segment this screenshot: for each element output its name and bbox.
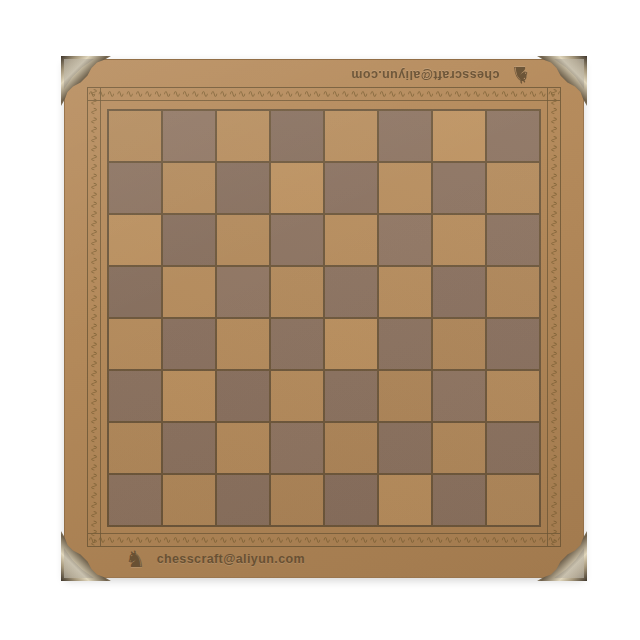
square-b3[interactable] (163, 371, 215, 421)
square-a2[interactable] (109, 423, 161, 473)
square-a1[interactable] (109, 475, 161, 525)
square-f7[interactable] (379, 163, 431, 213)
chess-mat: ♞ chesscraft@aliyun.com ∿∿∿∿∿∿∿∿∿∿∿∿∿∿∿∿… (64, 59, 584, 578)
frame-pattern-top: ∿∿∿∿∿∿∿∿∿∿∿∿∿∿∿∿∿∿∿∿∿∿∿∿∿∿∿∿∿∿∿∿∿∿∿∿∿∿∿∿… (88, 88, 560, 101)
metal-corner-protector-bottom-right-icon (537, 531, 587, 581)
square-a6[interactable] (109, 215, 161, 265)
square-g7[interactable] (433, 163, 485, 213)
square-e7[interactable] (325, 163, 377, 213)
square-b5[interactable] (163, 267, 215, 317)
square-b6[interactable] (163, 215, 215, 265)
square-g2[interactable] (433, 423, 485, 473)
square-f5[interactable] (379, 267, 431, 317)
square-h5[interactable] (487, 267, 539, 317)
square-c8[interactable] (217, 111, 269, 161)
square-g6[interactable] (433, 215, 485, 265)
square-c3[interactable] (217, 371, 269, 421)
square-d7[interactable] (271, 163, 323, 213)
square-h8[interactable] (487, 111, 539, 161)
square-d5[interactable] (271, 267, 323, 317)
frame-pattern-right: ∿∿∿∿∿∿∿∿∿∿∿∿∿∿∿∿∿∿∿∿∿∿∿∿∿∿∿∿∿∿∿∿∿∿∿∿∿∿∿∿… (547, 88, 560, 546)
square-c6[interactable] (217, 215, 269, 265)
square-e3[interactable] (325, 371, 377, 421)
knight-logo-icon: ♞ (125, 548, 146, 570)
square-d2[interactable] (271, 423, 323, 473)
square-h2[interactable] (487, 423, 539, 473)
square-f6[interactable] (379, 215, 431, 265)
square-d4[interactable] (271, 319, 323, 369)
square-h7[interactable] (487, 163, 539, 213)
square-c2[interactable] (217, 423, 269, 473)
square-h6[interactable] (487, 215, 539, 265)
metal-corner-protector-top-left-icon (61, 56, 111, 106)
square-b4[interactable] (163, 319, 215, 369)
square-g8[interactable] (433, 111, 485, 161)
square-f8[interactable] (379, 111, 431, 161)
square-b7[interactable] (163, 163, 215, 213)
square-f1[interactable] (379, 475, 431, 525)
frame-pattern-left: ∿∿∿∿∿∿∿∿∿∿∿∿∿∿∿∿∿∿∿∿∿∿∿∿∿∿∿∿∿∿∿∿∿∿∿∿∿∿∿∿… (88, 88, 101, 546)
metal-corner-protector-bottom-left-icon (61, 531, 111, 581)
frame-pattern-bottom: ∿∿∿∿∿∿∿∿∿∿∿∿∿∿∿∿∿∿∿∿∿∿∿∿∿∿∿∿∿∿∿∿∿∿∿∿∿∿∿∿… (88, 533, 560, 546)
branding-top: ♞ chesscraft@aliyun.com (351, 64, 531, 86)
square-f2[interactable] (379, 423, 431, 473)
square-b1[interactable] (163, 475, 215, 525)
square-b8[interactable] (163, 111, 215, 161)
square-b2[interactable] (163, 423, 215, 473)
square-e8[interactable] (325, 111, 377, 161)
knight-logo-icon: ♞ (510, 64, 531, 86)
square-e5[interactable] (325, 267, 377, 317)
square-g5[interactable] (433, 267, 485, 317)
branding-bottom: ♞ chesscraft@aliyun.com (125, 548, 305, 570)
square-d8[interactable] (271, 111, 323, 161)
square-c1[interactable] (217, 475, 269, 525)
square-h1[interactable] (487, 475, 539, 525)
square-e4[interactable] (325, 319, 377, 369)
chess-board (107, 109, 541, 527)
square-c4[interactable] (217, 319, 269, 369)
square-d6[interactable] (271, 215, 323, 265)
product-photo-background: ♞ chesscraft@aliyun.com ∿∿∿∿∿∿∿∿∿∿∿∿∿∿∿∿… (0, 0, 640, 640)
square-f4[interactable] (379, 319, 431, 369)
square-a5[interactable] (109, 267, 161, 317)
square-e2[interactable] (325, 423, 377, 473)
square-c5[interactable] (217, 267, 269, 317)
square-g3[interactable] (433, 371, 485, 421)
metal-corner-protector-top-right-icon (537, 56, 587, 106)
branding-email-text-top: chesscraft@aliyun.com (351, 68, 499, 82)
square-c7[interactable] (217, 163, 269, 213)
square-d1[interactable] (271, 475, 323, 525)
square-e1[interactable] (325, 475, 377, 525)
square-d3[interactable] (271, 371, 323, 421)
square-h3[interactable] (487, 371, 539, 421)
square-e6[interactable] (325, 215, 377, 265)
square-g4[interactable] (433, 319, 485, 369)
square-a4[interactable] (109, 319, 161, 369)
square-a8[interactable] (109, 111, 161, 161)
square-g1[interactable] (433, 475, 485, 525)
square-f3[interactable] (379, 371, 431, 421)
square-a7[interactable] (109, 163, 161, 213)
square-h4[interactable] (487, 319, 539, 369)
branding-email-text-bottom: chesscraft@aliyun.com (157, 552, 305, 566)
square-a3[interactable] (109, 371, 161, 421)
